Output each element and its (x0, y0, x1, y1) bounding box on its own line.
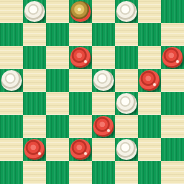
square-r4c1[interactable] (0, 69, 23, 92)
red-man[interactable] (162, 47, 183, 68)
square-r6c7[interactable] (138, 115, 161, 138)
red-man[interactable] (93, 116, 114, 137)
square-r2c7[interactable] (138, 23, 161, 46)
square-r8c1[interactable] (0, 161, 23, 184)
red-man[interactable] (70, 47, 91, 68)
white-man[interactable] (24, 1, 45, 22)
square-r3c3 (46, 46, 69, 69)
red-man[interactable] (70, 139, 91, 160)
square-r1c2[interactable] (23, 0, 46, 23)
square-r5c5 (92, 92, 115, 115)
square-r7c4[interactable] (69, 138, 92, 161)
checkers-board (0, 0, 184, 184)
square-r8c7[interactable] (138, 161, 161, 184)
square-r2c5[interactable] (92, 23, 115, 46)
square-r7c6[interactable] (115, 138, 138, 161)
square-r7c5 (92, 138, 115, 161)
white-man[interactable] (93, 70, 114, 91)
square-r2c6 (115, 23, 138, 46)
square-r6c1[interactable] (0, 115, 23, 138)
square-r1c5 (92, 0, 115, 23)
square-r3c2[interactable] (23, 46, 46, 69)
square-r7c1 (0, 138, 23, 161)
square-r4c4 (69, 69, 92, 92)
square-r3c8[interactable] (161, 46, 184, 69)
square-r7c8[interactable] (161, 138, 184, 161)
square-r1c6[interactable] (115, 0, 138, 23)
red-king[interactable] (70, 1, 91, 22)
square-r2c2 (23, 23, 46, 46)
white-man[interactable] (1, 70, 22, 91)
square-r1c1 (0, 0, 23, 23)
square-r3c6[interactable] (115, 46, 138, 69)
square-r8c5[interactable] (92, 161, 115, 184)
red-man[interactable] (24, 139, 45, 160)
square-r3c1 (0, 46, 23, 69)
square-r3c7 (138, 46, 161, 69)
square-r5c8[interactable] (161, 92, 184, 115)
square-r3c4[interactable] (69, 46, 92, 69)
square-r6c5[interactable] (92, 115, 115, 138)
square-r1c7 (138, 0, 161, 23)
square-r5c2[interactable] (23, 92, 46, 115)
square-r8c6 (115, 161, 138, 184)
square-r1c8[interactable] (161, 0, 184, 23)
square-r8c2 (23, 161, 46, 184)
square-r6c6 (115, 115, 138, 138)
square-r4c3[interactable] (46, 69, 69, 92)
square-r1c4[interactable] (69, 0, 92, 23)
square-r8c8 (161, 161, 184, 184)
white-man[interactable] (116, 1, 137, 22)
square-r2c1[interactable] (0, 23, 23, 46)
white-man[interactable] (116, 93, 137, 114)
square-r6c2 (23, 115, 46, 138)
square-r8c4 (69, 161, 92, 184)
square-r5c1 (0, 92, 23, 115)
square-r5c7 (138, 92, 161, 115)
square-r5c3 (46, 92, 69, 115)
square-r4c2 (23, 69, 46, 92)
square-r1c3 (46, 0, 69, 23)
square-r6c8 (161, 115, 184, 138)
square-r4c7[interactable] (138, 69, 161, 92)
square-r8c3[interactable] (46, 161, 69, 184)
checkers-app (0, 0, 184, 184)
white-man[interactable] (116, 139, 137, 160)
square-r2c4 (69, 23, 92, 46)
square-r6c4 (69, 115, 92, 138)
square-r5c6[interactable] (115, 92, 138, 115)
square-r7c7 (138, 138, 161, 161)
square-r7c3 (46, 138, 69, 161)
square-r6c3[interactable] (46, 115, 69, 138)
square-r4c6 (115, 69, 138, 92)
red-man[interactable] (139, 70, 160, 91)
square-r4c8 (161, 69, 184, 92)
square-r5c4[interactable] (69, 92, 92, 115)
square-r4c5[interactable] (92, 69, 115, 92)
square-r7c2[interactable] (23, 138, 46, 161)
square-r2c3[interactable] (46, 23, 69, 46)
square-r3c5 (92, 46, 115, 69)
square-r2c8 (161, 23, 184, 46)
